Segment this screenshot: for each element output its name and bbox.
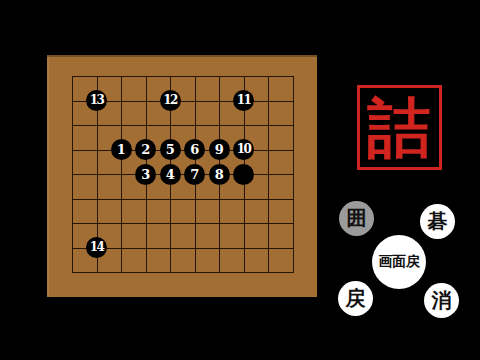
erase-button[interactable]: 消	[424, 283, 459, 318]
black-stone-move-10: 10	[233, 139, 254, 160]
stone-number: 7	[190, 164, 199, 185]
black-stone-move-8: 8	[209, 164, 230, 185]
grid-hline	[72, 174, 294, 175]
stone-number: 11	[237, 90, 251, 111]
stone-number: 4	[166, 164, 175, 185]
black-stone-move-12: 12	[160, 90, 181, 111]
grid-hline	[72, 125, 294, 126]
i-button[interactable]: 囲	[339, 201, 374, 236]
stone-number: 3	[141, 164, 150, 185]
stone-number: 1	[117, 139, 126, 160]
undo-button[interactable]: 戻	[338, 281, 373, 316]
erase-button-label: 消	[432, 287, 452, 314]
grid-hline	[72, 150, 294, 151]
stone-number: 9	[215, 139, 224, 160]
i-button-label: 囲	[347, 205, 367, 232]
screen-back-button[interactable]: 画面戻	[372, 235, 426, 289]
black-stone-move-3: 3	[135, 164, 156, 185]
black-stone-move-14: 14	[86, 237, 107, 258]
grid-hline	[72, 199, 294, 200]
black-stone-move-9: 9	[209, 139, 230, 160]
black-stone-move-4: 4	[160, 164, 181, 185]
black-stone-move-13: 13	[86, 90, 107, 111]
go-button[interactable]: 碁	[420, 204, 455, 239]
black-stone-move-2: 2	[135, 139, 156, 160]
stone-number: 8	[215, 164, 224, 185]
grid-hline	[72, 223, 294, 224]
stone-number: 14	[90, 237, 104, 258]
tsume-stamp: 詰	[357, 85, 442, 170]
black-stone-move-5: 5	[160, 139, 181, 160]
black-stone-move-1: 1	[111, 139, 132, 160]
go-button-label: 碁	[428, 208, 448, 235]
stone-number: 5	[166, 139, 175, 160]
black-stone-move-6: 6	[184, 139, 205, 160]
black-stone-move-7: 7	[184, 164, 205, 185]
stone-number: 10	[237, 139, 251, 160]
grid-hline	[72, 76, 294, 77]
grid-hline	[72, 272, 294, 273]
go-board[interactable]: 1312111256910347814	[47, 55, 317, 297]
screen: 1312111256910347814 詰 囲 碁 画面戻 戻 消	[0, 0, 480, 360]
black-stone	[233, 164, 254, 185]
stone-number: 6	[190, 139, 199, 160]
tsume-stamp-label: 詰	[368, 96, 432, 160]
stone-number: 12	[163, 90, 177, 111]
black-stone-move-11: 11	[233, 90, 254, 111]
stone-number: 13	[90, 90, 104, 111]
stone-number: 2	[141, 139, 150, 160]
screen-back-button-label: 画面戻	[379, 253, 420, 271]
undo-button-label: 戻	[346, 285, 366, 312]
